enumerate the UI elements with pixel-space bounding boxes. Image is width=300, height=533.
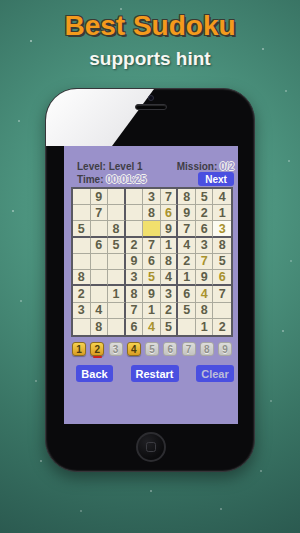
cell-r1c6[interactable]: 7 bbox=[161, 189, 179, 205]
status-line: Level: Level 1 Mission: 0/2 bbox=[77, 161, 234, 172]
cell-r4c8[interactable]: 3 bbox=[196, 238, 214, 254]
number-button-9[interactable]: 9 bbox=[218, 342, 232, 356]
cell-r7c2[interactable] bbox=[91, 286, 109, 302]
cell-r9c8[interactable]: 1 bbox=[196, 319, 214, 335]
page-subtitle: supports hint bbox=[0, 48, 300, 70]
home-square-icon bbox=[146, 442, 156, 452]
cell-r9c1[interactable] bbox=[73, 319, 91, 335]
cell-r8c1[interactable]: 3 bbox=[73, 303, 91, 319]
cell-r7c5[interactable]: 9 bbox=[143, 286, 161, 302]
cell-r3c6[interactable]: 9 bbox=[161, 221, 179, 237]
cell-r8c3[interactable] bbox=[108, 303, 126, 319]
cell-r9c6[interactable]: 5 bbox=[161, 319, 179, 335]
cell-r7c8[interactable]: 4 bbox=[196, 286, 214, 302]
cell-r6c1[interactable]: 8 bbox=[73, 270, 91, 286]
cell-r2c9[interactable]: 1 bbox=[213, 205, 231, 221]
cell-r4c1[interactable] bbox=[73, 238, 91, 254]
cell-r4c7[interactable]: 4 bbox=[178, 238, 196, 254]
cell-r4c9[interactable]: 8 bbox=[213, 238, 231, 254]
iphone-frame: Level: Level 1 Mission: 0/2 Time: 00:01:… bbox=[45, 88, 255, 472]
clear-button[interactable]: Clear bbox=[196, 365, 234, 382]
level-label: Level: bbox=[77, 161, 106, 172]
cell-r2c1[interactable] bbox=[73, 205, 91, 221]
number-button-6[interactable]: 6 bbox=[163, 342, 177, 356]
back-button[interactable]: Back bbox=[76, 365, 113, 382]
number-button-5[interactable]: 5 bbox=[145, 342, 159, 356]
cell-r9c4[interactable]: 6 bbox=[126, 319, 144, 335]
cell-r6c8[interactable]: 9 bbox=[196, 270, 214, 286]
cell-r7c7[interactable]: 6 bbox=[178, 286, 196, 302]
mission-text: Mission: 0/2 bbox=[177, 161, 234, 172]
cell-r2c4[interactable] bbox=[126, 205, 144, 221]
cell-r8c8[interactable]: 8 bbox=[196, 303, 214, 319]
time-text: Time: 00:01:25 bbox=[77, 174, 146, 185]
cell-r2c3[interactable] bbox=[108, 205, 126, 221]
cell-r3c3[interactable]: 8 bbox=[108, 221, 126, 237]
cell-r3c7[interactable]: 7 bbox=[178, 221, 196, 237]
cell-r5c4[interactable]: 9 bbox=[126, 254, 144, 270]
cell-r9c2[interactable]: 8 bbox=[91, 319, 109, 335]
cell-r6c5[interactable]: 5 bbox=[143, 270, 161, 286]
cell-r9c3[interactable] bbox=[108, 319, 126, 335]
cell-r1c4[interactable] bbox=[126, 189, 144, 205]
cell-r8c6[interactable]: 2 bbox=[161, 303, 179, 319]
cell-r4c5[interactable]: 7 bbox=[143, 238, 161, 254]
action-buttons: Back Restart Clear bbox=[76, 365, 234, 382]
level-text: Level: Level 1 bbox=[77, 161, 143, 172]
number-button-3[interactable]: 3 bbox=[109, 342, 123, 356]
cell-r7c9[interactable]: 7 bbox=[213, 286, 231, 302]
cell-r1c5[interactable]: 3 bbox=[143, 189, 161, 205]
number-button-4[interactable]: 4 bbox=[127, 342, 141, 356]
cell-r2c8[interactable]: 2 bbox=[196, 205, 214, 221]
cell-r4c6[interactable]: 1 bbox=[161, 238, 179, 254]
cell-r5c1[interactable] bbox=[73, 254, 91, 270]
restart-button[interactable]: Restart bbox=[131, 365, 179, 382]
cell-r5c8[interactable]: 7 bbox=[196, 254, 214, 270]
mission-value: 0/2 bbox=[220, 161, 234, 172]
cell-r4c4[interactable]: 2 bbox=[126, 238, 144, 254]
cell-r8c2[interactable]: 4 bbox=[91, 303, 109, 319]
cell-r8c5[interactable]: 1 bbox=[143, 303, 161, 319]
mission-label: Mission: bbox=[177, 161, 218, 172]
page-background: Best Sudoku supports hint Level: Level 1… bbox=[0, 0, 300, 533]
cell-r5c3[interactable] bbox=[108, 254, 126, 270]
cell-r3c9[interactable]: 3 bbox=[213, 221, 231, 237]
cell-r8c7[interactable]: 5 bbox=[178, 303, 196, 319]
cell-r7c1[interactable]: 2 bbox=[73, 286, 91, 302]
cell-r3c2[interactable] bbox=[91, 221, 109, 237]
cell-r6c4[interactable]: 3 bbox=[126, 270, 144, 286]
cell-r1c2[interactable]: 9 bbox=[91, 189, 109, 205]
level-value: Level 1 bbox=[109, 161, 143, 172]
cell-r1c9[interactable]: 4 bbox=[213, 189, 231, 205]
cell-r6c3[interactable] bbox=[108, 270, 126, 286]
number-button-1[interactable]: 1 bbox=[72, 342, 86, 356]
cell-r3c8[interactable]: 6 bbox=[196, 221, 214, 237]
cell-r6c6[interactable]: 4 bbox=[161, 270, 179, 286]
cell-r1c7[interactable]: 8 bbox=[178, 189, 196, 205]
cell-r5c2[interactable] bbox=[91, 254, 109, 270]
cell-r9c5[interactable]: 4 bbox=[143, 319, 161, 335]
cell-r8c9[interactable] bbox=[213, 303, 231, 319]
cell-r4c3[interactable]: 5 bbox=[108, 238, 126, 254]
cell-r7c3[interactable]: 1 bbox=[108, 286, 126, 302]
cell-r6c9[interactable]: 6 bbox=[213, 270, 231, 286]
cell-r9c9[interactable]: 2 bbox=[213, 319, 231, 335]
cell-r2c2[interactable]: 7 bbox=[91, 205, 109, 221]
cell-r1c1[interactable] bbox=[73, 189, 91, 205]
cell-r1c3[interactable] bbox=[108, 189, 126, 205]
cell-r7c6[interactable]: 3 bbox=[161, 286, 179, 302]
screen-glare bbox=[46, 89, 176, 146]
cell-r9c7[interactable] bbox=[178, 319, 196, 335]
cell-r2c7[interactable]: 9 bbox=[178, 205, 196, 221]
app-screen: Level: Level 1 Mission: 0/2 Time: 00:01:… bbox=[64, 146, 238, 424]
cell-r1c8[interactable]: 5 bbox=[196, 189, 214, 205]
cell-r3c5[interactable] bbox=[143, 221, 161, 237]
cell-r5c6[interactable]: 8 bbox=[161, 254, 179, 270]
number-button-8[interactable]: 8 bbox=[200, 342, 214, 356]
cell-r3c4[interactable] bbox=[126, 221, 144, 237]
cell-r4c2[interactable]: 6 bbox=[91, 238, 109, 254]
home-button[interactable] bbox=[136, 432, 166, 462]
page-title: Best Sudoku bbox=[0, 10, 300, 42]
sudoku-board: 9378547869215897636527143896827583541962… bbox=[71, 187, 233, 337]
cell-r2c5[interactable]: 8 bbox=[143, 205, 161, 221]
cell-r8c4[interactable]: 7 bbox=[126, 303, 144, 319]
camera-icon bbox=[148, 95, 154, 101]
cell-r6c2[interactable] bbox=[91, 270, 109, 286]
time-label: Time: bbox=[77, 174, 104, 185]
earpiece-speaker bbox=[135, 104, 167, 110]
next-button[interactable]: Next bbox=[198, 172, 234, 186]
cell-r5c9[interactable]: 5 bbox=[213, 254, 231, 270]
cell-r7c4[interactable]: 8 bbox=[126, 286, 144, 302]
number-buttons: 123456789 bbox=[72, 342, 232, 357]
cell-r6c7[interactable]: 1 bbox=[178, 270, 196, 286]
cell-r3c1[interactable]: 5 bbox=[73, 221, 91, 237]
time-value: 00:01:25 bbox=[106, 174, 146, 185]
number-button-2[interactable]: 2 bbox=[90, 342, 104, 356]
cell-r5c7[interactable]: 2 bbox=[178, 254, 196, 270]
cell-r2c6[interactable]: 6 bbox=[161, 205, 179, 221]
number-button-7[interactable]: 7 bbox=[182, 342, 196, 356]
cell-r5c5[interactable]: 6 bbox=[143, 254, 161, 270]
